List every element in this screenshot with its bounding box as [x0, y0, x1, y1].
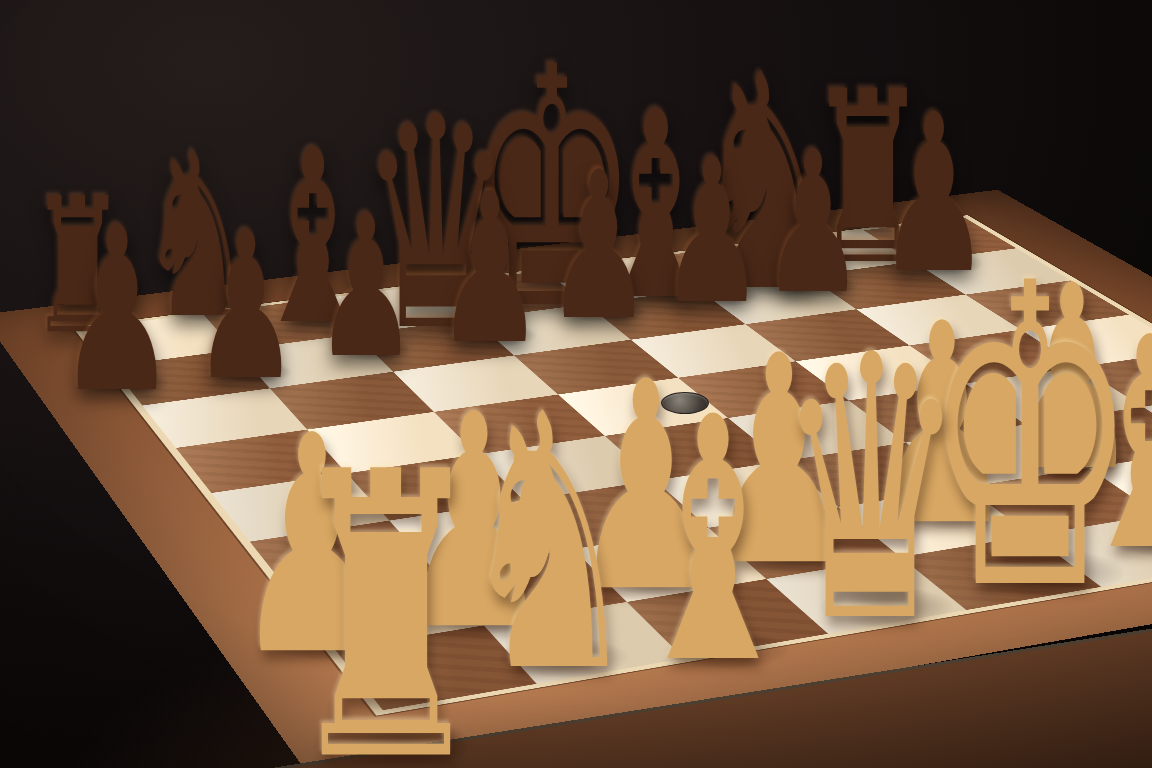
pieces-layer: ♜♟♞♟♝♟♛♟♚♟♝♟♞♟♜♟♟♜♟♞♟♝♟♛♟♚♟♝ [0, 0, 1152, 768]
chess-photo-scene: ♜♟♞♟♝♟♛♟♚♟♝♟♞♟♜♟♟♜♟♞♟♝♟♛♟♚♟♝ [0, 0, 1152, 768]
piece-black-pawn-a7[interactable]: ♟ [58, 197, 176, 424]
piece-white-rook-a1[interactable]: ♜ [284, 422, 488, 768]
piece-white-queen-d1[interactable]: ♛ [776, 309, 965, 673]
piece-black-pawn-e7[interactable]: ♟ [546, 145, 652, 349]
